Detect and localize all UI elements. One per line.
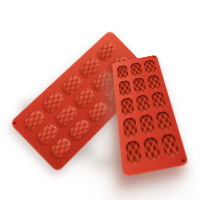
front-mold-top [112,55,189,177]
mold-cavity [155,111,172,132]
mold-cavity [143,137,161,162]
mold-cavity [125,140,142,165]
mold-cavity [123,117,138,138]
corner-hanging-hole [181,159,186,163]
cavity-grid [117,60,180,165]
mold-cavity [120,97,134,116]
mold-cavity [161,133,180,157]
mold-cavity [117,65,129,80]
corner-hanging-hole [153,56,156,58]
corner-hanging-hole [12,121,17,125]
mold-bump [86,99,109,123]
product-photo [0,0,200,200]
mold-cavity [133,77,147,93]
mold-cavity [136,94,151,112]
mold-cavity [139,114,155,135]
mold-cavity [143,60,156,74]
mold-cavity [151,91,167,109]
mold-cavity [147,74,162,90]
mold-cavity [130,62,143,76]
mold-cavity [118,80,131,96]
